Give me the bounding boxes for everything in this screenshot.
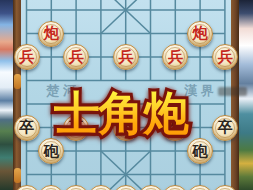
piece-glyph: 士 — [89, 186, 113, 190]
piece-black-soldier[interactable]: 卒 — [212, 115, 238, 141]
piece-glyph: 將 — [114, 186, 138, 190]
piece-glyph: 車 — [15, 186, 39, 190]
opening-title-text: 士角炮 — [54, 90, 189, 136]
piece-black-chariot[interactable]: 車 — [14, 185, 40, 190]
piece-red-cannon[interactable]: 炮 — [187, 21, 213, 47]
piece-black-cannon[interactable]: 砲 — [38, 138, 64, 164]
watermark — [218, 87, 247, 96]
piece-black-elephant[interactable]: 象 — [162, 185, 188, 190]
piece-black-general[interactable]: 將 — [113, 185, 139, 190]
piece-red-soldier[interactable]: 兵 — [162, 44, 188, 70]
piece-glyph: 炮 — [188, 22, 212, 46]
piece-glyph: 砲 — [188, 139, 212, 163]
piece-glyph: 炮 — [39, 22, 63, 46]
piece-black-horse[interactable]: 馬 — [187, 185, 213, 190]
piece-glyph: 卒 — [15, 116, 39, 140]
piece-glyph: 馬 — [188, 186, 212, 190]
piece-black-horse[interactable]: 馬 — [38, 185, 64, 190]
piece-glyph: 兵 — [15, 45, 39, 69]
piece-red-soldier[interactable]: 兵 — [113, 44, 139, 70]
piece-black-elephant[interactable]: 象 — [63, 185, 89, 190]
piece-black-cannon[interactable]: 砲 — [187, 138, 213, 164]
piece-red-soldier[interactable]: 兵 — [63, 44, 89, 70]
piece-black-advisor[interactable]: 士 — [138, 185, 164, 190]
piece-glyph: 馬 — [39, 186, 63, 190]
piece-glyph: 士 — [139, 186, 163, 190]
piece-glyph: 象 — [163, 186, 187, 190]
piece-glyph: 兵 — [163, 45, 187, 69]
piece-red-soldier[interactable]: 兵 — [14, 44, 40, 70]
piece-glyph: 兵 — [114, 45, 138, 69]
piece-red-soldier[interactable]: 兵 — [212, 44, 238, 70]
piece-glyph: 兵 — [64, 45, 88, 69]
river-label-han-jie: 漢界 — [184, 82, 218, 100]
piece-black-advisor[interactable]: 士 — [88, 185, 114, 190]
piece-glyph: 砲 — [39, 139, 63, 163]
piece-glyph: 兵 — [213, 45, 237, 69]
piece-glyph: 卒 — [213, 116, 237, 140]
piece-glyph: 車 — [213, 186, 237, 190]
xiangqi-app-screenshot: 楚河 漢界 炮炮兵兵兵兵兵卒卒卒卒卒砲砲車馬象士將士象馬車 士角炮 士角炮 — [0, 0, 253, 190]
opening-title-overlay: 士角炮 士角炮 — [54, 90, 189, 136]
piece-black-soldier[interactable]: 卒 — [14, 115, 40, 141]
piece-red-cannon[interactable]: 炮 — [38, 21, 64, 47]
piece-glyph: 象 — [64, 186, 88, 190]
piece-black-chariot[interactable]: 車 — [212, 185, 238, 190]
